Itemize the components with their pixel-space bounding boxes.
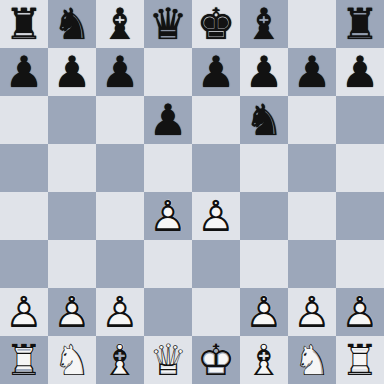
piece-white-pawn: ♟♙ xyxy=(144,192,192,240)
square-g4[interactable] xyxy=(288,192,336,240)
square-b4[interactable] xyxy=(48,192,96,240)
piece-white-knight: ♞♘ xyxy=(288,336,336,384)
square-f1[interactable]: ♝♗ xyxy=(240,336,288,384)
piece-glyph-fill: ♟ xyxy=(288,48,336,96)
square-b7[interactable]: ♟ xyxy=(48,48,96,96)
piece-black-rook: ♜ xyxy=(0,0,48,48)
square-c8[interactable]: ♝ xyxy=(96,0,144,48)
square-h1[interactable]: ♜♖ xyxy=(336,336,384,384)
piece-white-rook: ♜♖ xyxy=(336,336,384,384)
piece-glyph-outline: ♘ xyxy=(48,336,96,384)
piece-glyph-outline: ♖ xyxy=(336,336,384,384)
square-e3[interactable] xyxy=(192,240,240,288)
square-f8[interactable]: ♝ xyxy=(240,0,288,48)
piece-glyph-outline: ♙ xyxy=(336,288,384,336)
piece-glyph-fill: ♝ xyxy=(240,0,288,48)
square-h4[interactable] xyxy=(336,192,384,240)
piece-white-pawn: ♟♙ xyxy=(240,288,288,336)
square-a8[interactable]: ♜ xyxy=(0,0,48,48)
square-a5[interactable] xyxy=(0,144,48,192)
piece-glyph-fill: ♟ xyxy=(336,48,384,96)
square-e2[interactable] xyxy=(192,288,240,336)
piece-glyph-outline: ♖ xyxy=(0,336,48,384)
piece-black-bishop: ♝ xyxy=(96,0,144,48)
square-e1[interactable]: ♚♔ xyxy=(192,336,240,384)
piece-glyph-fill: ♟ xyxy=(0,48,48,96)
piece-black-rook: ♜ xyxy=(336,0,384,48)
piece-white-bishop: ♝♗ xyxy=(96,336,144,384)
piece-white-bishop: ♝♗ xyxy=(240,336,288,384)
square-e8[interactable]: ♚ xyxy=(192,0,240,48)
square-a3[interactable] xyxy=(0,240,48,288)
square-g5[interactable] xyxy=(288,144,336,192)
square-d2[interactable] xyxy=(144,288,192,336)
piece-black-pawn: ♟ xyxy=(144,96,192,144)
piece-glyph-outline: ♕ xyxy=(144,336,192,384)
square-g2[interactable]: ♟♙ xyxy=(288,288,336,336)
piece-white-pawn: ♟♙ xyxy=(48,288,96,336)
square-d8[interactable]: ♛ xyxy=(144,0,192,48)
piece-black-pawn: ♟ xyxy=(48,48,96,96)
square-c3[interactable] xyxy=(96,240,144,288)
piece-white-queen: ♛♕ xyxy=(144,336,192,384)
piece-glyph-outline: ♙ xyxy=(240,288,288,336)
square-a2[interactable]: ♟♙ xyxy=(0,288,48,336)
piece-glyph-fill: ♜ xyxy=(0,0,48,48)
square-a1[interactable]: ♜♖ xyxy=(0,336,48,384)
square-g1[interactable]: ♞♘ xyxy=(288,336,336,384)
square-f6[interactable]: ♞ xyxy=(240,96,288,144)
piece-glyph-outline: ♙ xyxy=(96,288,144,336)
square-b1[interactable]: ♞♘ xyxy=(48,336,96,384)
piece-white-pawn: ♟♙ xyxy=(96,288,144,336)
square-h7[interactable]: ♟ xyxy=(336,48,384,96)
piece-glyph-outline: ♔ xyxy=(192,336,240,384)
square-c4[interactable] xyxy=(96,192,144,240)
piece-white-pawn: ♟♙ xyxy=(288,288,336,336)
piece-white-pawn: ♟♙ xyxy=(0,288,48,336)
piece-black-pawn: ♟ xyxy=(192,48,240,96)
piece-glyph-fill: ♝ xyxy=(96,0,144,48)
piece-glyph-outline: ♙ xyxy=(192,192,240,240)
square-a6[interactable] xyxy=(0,96,48,144)
square-c7[interactable]: ♟ xyxy=(96,48,144,96)
square-c5[interactable] xyxy=(96,144,144,192)
square-b6[interactable] xyxy=(48,96,96,144)
square-g6[interactable] xyxy=(288,96,336,144)
piece-white-knight: ♞♘ xyxy=(48,336,96,384)
square-c1[interactable]: ♝♗ xyxy=(96,336,144,384)
square-h3[interactable] xyxy=(336,240,384,288)
piece-glyph-fill: ♜ xyxy=(336,0,384,48)
square-f5[interactable] xyxy=(240,144,288,192)
piece-glyph-fill: ♟ xyxy=(144,96,192,144)
piece-glyph-fill: ♛ xyxy=(144,0,192,48)
square-d6[interactable]: ♟ xyxy=(144,96,192,144)
square-e7[interactable]: ♟ xyxy=(192,48,240,96)
square-d5[interactable] xyxy=(144,144,192,192)
square-b5[interactable] xyxy=(48,144,96,192)
square-e4[interactable]: ♟♙ xyxy=(192,192,240,240)
square-f4[interactable] xyxy=(240,192,288,240)
square-c2[interactable]: ♟♙ xyxy=(96,288,144,336)
piece-black-bishop: ♝ xyxy=(240,0,288,48)
piece-black-pawn: ♟ xyxy=(336,48,384,96)
piece-glyph-fill: ♚ xyxy=(192,0,240,48)
piece-white-pawn: ♟♙ xyxy=(192,192,240,240)
piece-glyph-fill: ♞ xyxy=(240,96,288,144)
piece-glyph-fill: ♟ xyxy=(240,48,288,96)
square-h2[interactable]: ♟♙ xyxy=(336,288,384,336)
chess-board: ♜♞♝♛♚♝♜♟♟♟♟♟♟♟♟♞♟♙♟♙♟♙♟♙♟♙♟♙♟♙♟♙♜♖♞♘♝♗♛♕… xyxy=(0,0,384,384)
square-a7[interactable]: ♟ xyxy=(0,48,48,96)
square-h6[interactable] xyxy=(336,96,384,144)
piece-black-pawn: ♟ xyxy=(240,48,288,96)
square-d4[interactable]: ♟♙ xyxy=(144,192,192,240)
square-a4[interactable] xyxy=(0,192,48,240)
square-b3[interactable] xyxy=(48,240,96,288)
square-g7[interactable]: ♟ xyxy=(288,48,336,96)
square-f7[interactable]: ♟ xyxy=(240,48,288,96)
square-d1[interactable]: ♛♕ xyxy=(144,336,192,384)
piece-white-pawn: ♟♙ xyxy=(336,288,384,336)
square-f2[interactable]: ♟♙ xyxy=(240,288,288,336)
square-f3[interactable] xyxy=(240,240,288,288)
piece-glyph-outline: ♘ xyxy=(288,336,336,384)
piece-glyph-fill: ♟ xyxy=(96,48,144,96)
piece-white-king: ♚♔ xyxy=(192,336,240,384)
square-h5[interactable] xyxy=(336,144,384,192)
piece-black-knight: ♞ xyxy=(48,0,96,48)
square-g8[interactable] xyxy=(288,0,336,48)
piece-white-rook: ♜♖ xyxy=(0,336,48,384)
square-d7[interactable] xyxy=(144,48,192,96)
square-h8[interactable]: ♜ xyxy=(336,0,384,48)
piece-black-pawn: ♟ xyxy=(288,48,336,96)
square-e5[interactable] xyxy=(192,144,240,192)
piece-glyph-outline: ♙ xyxy=(144,192,192,240)
square-b2[interactable]: ♟♙ xyxy=(48,288,96,336)
piece-glyph-outline: ♗ xyxy=(96,336,144,384)
piece-glyph-fill: ♞ xyxy=(48,0,96,48)
piece-black-king: ♚ xyxy=(192,0,240,48)
square-c6[interactable] xyxy=(96,96,144,144)
square-b8[interactable]: ♞ xyxy=(48,0,96,48)
piece-black-queen: ♛ xyxy=(144,0,192,48)
piece-glyph-fill: ♟ xyxy=(48,48,96,96)
square-d3[interactable] xyxy=(144,240,192,288)
piece-glyph-outline: ♙ xyxy=(288,288,336,336)
square-g3[interactable] xyxy=(288,240,336,288)
piece-glyph-outline: ♙ xyxy=(0,288,48,336)
piece-glyph-fill: ♟ xyxy=(192,48,240,96)
piece-glyph-outline: ♗ xyxy=(240,336,288,384)
piece-black-pawn: ♟ xyxy=(96,48,144,96)
piece-black-knight: ♞ xyxy=(240,96,288,144)
square-e6[interactable] xyxy=(192,96,240,144)
piece-black-pawn: ♟ xyxy=(0,48,48,96)
piece-glyph-outline: ♙ xyxy=(48,288,96,336)
